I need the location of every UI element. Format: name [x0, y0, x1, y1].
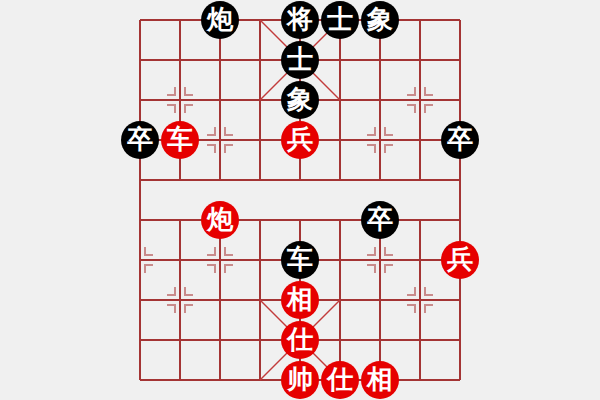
piece-red-advisor[interactable]: 仕 [321, 361, 359, 399]
piece-red-chariot[interactable]: 车 [161, 121, 199, 159]
piece-black-advisor[interactable]: 士 [281, 41, 319, 79]
piece-black-soldier[interactable]: 卒 [361, 201, 399, 239]
piece-black-elephant[interactable]: 象 [361, 1, 399, 39]
piece-black-advisor[interactable]: 士 [321, 1, 359, 39]
piece-red-cannon[interactable]: 炮 [201, 201, 239, 239]
piece-red-elephant[interactable]: 相 [281, 281, 319, 319]
piece-black-elephant[interactable]: 象 [281, 81, 319, 119]
piece-black-chariot[interactable]: 车 [281, 241, 319, 279]
piece-layer: 炮将士象士象卒车兵卒炮卒车兵相仕帅仕相 [120, 0, 480, 400]
piece-red-soldier[interactable]: 兵 [281, 121, 319, 159]
piece-red-general[interactable]: 帅 [281, 361, 319, 399]
piece-red-soldier[interactable]: 兵 [441, 241, 479, 279]
piece-red-advisor[interactable]: 仕 [281, 321, 319, 359]
piece-black-soldier[interactable]: 卒 [441, 121, 479, 159]
xiangqi-board[interactable]: 炮将士象士象卒车兵卒炮卒车兵相仕帅仕相 [0, 0, 600, 400]
piece-black-cannon[interactable]: 炮 [201, 1, 239, 39]
piece-black-general[interactable]: 将 [281, 1, 319, 39]
piece-black-soldier[interactable]: 卒 [121, 121, 159, 159]
piece-red-elephant[interactable]: 相 [361, 361, 399, 399]
